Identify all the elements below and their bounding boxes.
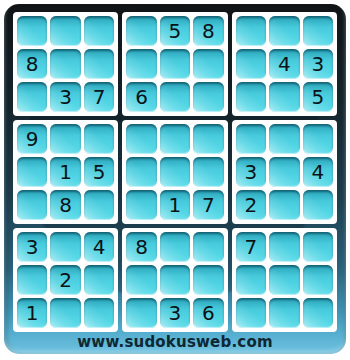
cell-digit: 4 — [311, 162, 324, 182]
cell-digit: 7 — [245, 237, 258, 257]
cell-digit: 8 — [26, 54, 39, 74]
cell-r7c8[interactable] — [269, 232, 299, 262]
cell-r9c3[interactable] — [84, 298, 114, 328]
cell-r8c7[interactable] — [236, 265, 266, 295]
cell-r2c3[interactable] — [84, 49, 114, 79]
cell-r7c9[interactable] — [303, 232, 333, 262]
cell-r6c6[interactable]: 7 — [193, 190, 223, 220]
cell-r2c2[interactable] — [50, 49, 80, 79]
box-5: 17 — [122, 120, 227, 224]
cell-digit: 6 — [135, 87, 148, 107]
box-3: 435 — [232, 12, 337, 116]
cell-r6c8[interactable] — [269, 190, 299, 220]
cell-r9c2[interactable] — [50, 298, 80, 328]
cell-r5c7[interactable]: 3 — [236, 157, 266, 187]
cell-digit: 9 — [26, 129, 39, 149]
cell-r9c7[interactable] — [236, 298, 266, 328]
cell-r1c7[interactable] — [236, 16, 266, 46]
cell-digit: 5 — [311, 87, 324, 107]
cell-r6c1[interactable] — [17, 190, 47, 220]
cell-digit: 7 — [93, 87, 106, 107]
cell-r2c4[interactable] — [126, 49, 156, 79]
cell-r1c3[interactable] — [84, 16, 114, 46]
cell-r4c1[interactable]: 9 — [17, 124, 47, 154]
box-9: 7 — [232, 228, 337, 332]
cell-r4c5[interactable] — [160, 124, 190, 154]
cell-digit: 3 — [311, 54, 324, 74]
cell-r3c9[interactable]: 5 — [303, 82, 333, 112]
cell-digit: 2 — [245, 195, 258, 215]
cell-r1c4[interactable] — [126, 16, 156, 46]
cell-r7c4[interactable]: 8 — [126, 232, 156, 262]
footer-url[interactable]: www.sudokusweb.com — [4, 333, 346, 351]
cell-r1c8[interactable] — [269, 16, 299, 46]
cell-r7c7[interactable]: 7 — [236, 232, 266, 262]
cell-r6c7[interactable]: 2 — [236, 190, 266, 220]
box-6: 342 — [232, 120, 337, 224]
cell-r9c6[interactable]: 6 — [193, 298, 223, 328]
cell-r5c4[interactable] — [126, 157, 156, 187]
cell-r1c2[interactable] — [50, 16, 80, 46]
sudoku-board: 83758643591581734234218367 — [13, 12, 337, 332]
cell-r8c2[interactable]: 2 — [50, 265, 80, 295]
cell-digit: 1 — [169, 195, 182, 215]
cell-digit: 3 — [26, 237, 39, 257]
cell-digit: 7 — [202, 195, 215, 215]
cell-r9c9[interactable] — [303, 298, 333, 328]
box-2: 586 — [122, 12, 227, 116]
cell-r8c9[interactable] — [303, 265, 333, 295]
cell-r8c6[interactable] — [193, 265, 223, 295]
cell-r3c7[interactable] — [236, 82, 266, 112]
box-1: 837 — [13, 12, 118, 116]
cell-digit: 8 — [135, 237, 148, 257]
cell-r5c5[interactable] — [160, 157, 190, 187]
cell-r6c5[interactable]: 1 — [160, 190, 190, 220]
cell-digit: 4 — [278, 54, 291, 74]
cell-r6c9[interactable] — [303, 190, 333, 220]
cell-r7c5[interactable] — [160, 232, 190, 262]
cell-r8c8[interactable] — [269, 265, 299, 295]
cell-r2c7[interactable] — [236, 49, 266, 79]
cell-digit: 1 — [26, 303, 39, 323]
cell-r2c8[interactable]: 4 — [269, 49, 299, 79]
cell-r6c3[interactable] — [84, 190, 114, 220]
cell-r7c6[interactable] — [193, 232, 223, 262]
cell-r9c5[interactable]: 3 — [160, 298, 190, 328]
cell-r9c4[interactable] — [126, 298, 156, 328]
cell-r5c8[interactable] — [269, 157, 299, 187]
box-8: 836 — [122, 228, 227, 332]
cell-digit: 5 — [169, 21, 182, 41]
cell-digit: 3 — [59, 87, 72, 107]
cell-digit: 6 — [202, 303, 215, 323]
cell-r2c1[interactable]: 8 — [17, 49, 47, 79]
cell-digit: 4 — [93, 237, 106, 257]
cell-r1c5[interactable]: 5 — [160, 16, 190, 46]
box-4: 9158 — [13, 120, 118, 224]
cell-r2c5[interactable] — [160, 49, 190, 79]
cell-digit: 8 — [202, 21, 215, 41]
box-7: 3421 — [13, 228, 118, 332]
cell-r3c8[interactable] — [269, 82, 299, 112]
cell-digit: 3 — [245, 162, 258, 182]
cell-r4c8[interactable] — [269, 124, 299, 154]
cell-r4c3[interactable] — [84, 124, 114, 154]
cell-r3c6[interactable] — [193, 82, 223, 112]
cell-r9c1[interactable]: 1 — [17, 298, 47, 328]
cell-r1c9[interactable] — [303, 16, 333, 46]
cell-r3c2[interactable]: 3 — [50, 82, 80, 112]
cell-r7c2[interactable] — [50, 232, 80, 262]
cell-r5c1[interactable] — [17, 157, 47, 187]
cell-r6c2[interactable]: 8 — [50, 190, 80, 220]
cell-r6c4[interactable] — [126, 190, 156, 220]
cell-r4c6[interactable] — [193, 124, 223, 154]
cell-r5c2[interactable]: 1 — [50, 157, 80, 187]
cell-r5c6[interactable] — [193, 157, 223, 187]
cell-digit: 1 — [59, 162, 72, 182]
cell-r8c5[interactable] — [160, 265, 190, 295]
cell-digit: 8 — [59, 195, 72, 215]
cell-r7c3[interactable]: 4 — [84, 232, 114, 262]
cell-digit: 2 — [59, 270, 72, 290]
cell-r4c4[interactable] — [126, 124, 156, 154]
cell-r1c6[interactable]: 8 — [193, 16, 223, 46]
cell-r8c3[interactable] — [84, 265, 114, 295]
cell-r4c9[interactable] — [303, 124, 333, 154]
cell-r3c3[interactable]: 7 — [84, 82, 114, 112]
cell-r9c8[interactable] — [269, 298, 299, 328]
cell-r8c4[interactable] — [126, 265, 156, 295]
cell-r4c7[interactable] — [236, 124, 266, 154]
cell-r5c9[interactable]: 4 — [303, 157, 333, 187]
cell-r3c1[interactable] — [17, 82, 47, 112]
cell-digit: 5 — [93, 162, 106, 182]
cell-r1c1[interactable] — [17, 16, 47, 46]
cell-r3c4[interactable]: 6 — [126, 82, 156, 112]
cell-r2c6[interactable] — [193, 49, 223, 79]
cell-r7c1[interactable]: 3 — [17, 232, 47, 262]
cell-r8c1[interactable] — [17, 265, 47, 295]
cell-r4c2[interactable] — [50, 124, 80, 154]
cell-r3c5[interactable] — [160, 82, 190, 112]
cell-r5c3[interactable]: 5 — [84, 157, 114, 187]
cell-digit: 3 — [169, 303, 182, 323]
cell-r2c9[interactable]: 3 — [303, 49, 333, 79]
